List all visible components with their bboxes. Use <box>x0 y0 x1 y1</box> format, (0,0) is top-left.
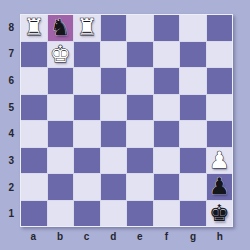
square-b7[interactable]: ♚ <box>48 42 74 68</box>
square-e8[interactable] <box>127 15 153 41</box>
square-f4[interactable] <box>154 121 180 147</box>
rank-label-1: 1 <box>0 200 17 227</box>
chess-board-app: 87654321 ♜♞♜♚♟♟♚ abcdefgh <box>0 0 250 250</box>
rank-label-8: 8 <box>0 14 17 41</box>
square-f6[interactable] <box>154 68 180 94</box>
square-d3[interactable] <box>101 148 127 174</box>
square-h4[interactable] <box>207 121 233 147</box>
file-label-h: h <box>206 228 233 244</box>
square-a3[interactable] <box>21 148 47 174</box>
square-h7[interactable] <box>207 42 233 68</box>
square-c2[interactable] <box>74 174 100 200</box>
rank-label-7: 7 <box>0 41 17 68</box>
square-c4[interactable] <box>74 121 100 147</box>
square-e2[interactable] <box>127 174 153 200</box>
file-labels: abcdefgh <box>20 228 233 244</box>
square-b1[interactable] <box>48 201 74 227</box>
rank-label-5: 5 <box>0 94 17 121</box>
square-e4[interactable] <box>127 121 153 147</box>
square-c1[interactable] <box>74 201 100 227</box>
square-h6[interactable] <box>207 68 233 94</box>
square-c7[interactable] <box>74 42 100 68</box>
white-rook-a8[interactable]: ♜ <box>23 16 44 39</box>
square-a1[interactable] <box>21 201 47 227</box>
rank-label-2: 2 <box>0 174 17 201</box>
square-g2[interactable] <box>180 174 206 200</box>
square-b5[interactable] <box>48 95 74 121</box>
square-c3[interactable] <box>74 148 100 174</box>
square-a7[interactable] <box>21 42 47 68</box>
square-g7[interactable] <box>180 42 206 68</box>
square-g3[interactable] <box>180 148 206 174</box>
white-king-b7[interactable]: ♚ <box>50 43 71 66</box>
file-label-b: b <box>47 228 74 244</box>
square-b3[interactable] <box>48 148 74 174</box>
white-rook-c8[interactable]: ♜ <box>76 16 97 39</box>
square-e3[interactable] <box>127 148 153 174</box>
square-g5[interactable] <box>180 95 206 121</box>
square-g4[interactable] <box>180 121 206 147</box>
rank-label-6: 6 <box>0 67 17 94</box>
file-label-g: g <box>180 228 207 244</box>
square-c5[interactable] <box>74 95 100 121</box>
square-f8[interactable] <box>154 15 180 41</box>
square-h2[interactable]: ♟ <box>207 174 233 200</box>
square-h1[interactable]: ♚ <box>207 201 233 227</box>
rank-label-4: 4 <box>0 121 17 148</box>
square-d7[interactable] <box>101 42 127 68</box>
square-d5[interactable] <box>101 95 127 121</box>
square-e7[interactable] <box>127 42 153 68</box>
square-f3[interactable] <box>154 148 180 174</box>
square-g6[interactable] <box>180 68 206 94</box>
square-h3[interactable]: ♟ <box>207 148 233 174</box>
black-pawn-h2[interactable]: ♟ <box>209 175 230 198</box>
square-f7[interactable] <box>154 42 180 68</box>
square-d1[interactable] <box>101 201 127 227</box>
square-a6[interactable] <box>21 68 47 94</box>
square-d6[interactable] <box>101 68 127 94</box>
file-label-d: d <box>100 228 127 244</box>
square-a4[interactable] <box>21 121 47 147</box>
chess-board[interactable]: ♜♞♜♚♟♟♚ <box>20 14 233 227</box>
black-king-h1[interactable]: ♚ <box>209 202 230 225</box>
white-pawn-h3[interactable]: ♟ <box>209 149 230 172</box>
square-g1[interactable] <box>180 201 206 227</box>
square-d4[interactable] <box>101 121 127 147</box>
square-g8[interactable] <box>180 15 206 41</box>
square-b8[interactable]: ♞ <box>48 15 74 41</box>
file-label-c: c <box>73 228 100 244</box>
square-d8[interactable] <box>101 15 127 41</box>
square-f5[interactable] <box>154 95 180 121</box>
square-d2[interactable] <box>101 174 127 200</box>
rank-label-3: 3 <box>0 147 17 174</box>
square-e5[interactable] <box>127 95 153 121</box>
square-c6[interactable] <box>74 68 100 94</box>
black-knight-b8[interactable]: ♞ <box>50 16 71 39</box>
square-b4[interactable] <box>48 121 74 147</box>
square-f1[interactable] <box>154 201 180 227</box>
file-label-e: e <box>127 228 154 244</box>
file-label-f: f <box>153 228 180 244</box>
square-a8[interactable]: ♜ <box>21 15 47 41</box>
square-e1[interactable] <box>127 201 153 227</box>
square-h5[interactable] <box>207 95 233 121</box>
square-b2[interactable] <box>48 174 74 200</box>
square-h8[interactable] <box>207 15 233 41</box>
square-a2[interactable] <box>21 174 47 200</box>
square-e6[interactable] <box>127 68 153 94</box>
square-c8[interactable]: ♜ <box>74 15 100 41</box>
square-b6[interactable] <box>48 68 74 94</box>
file-label-a: a <box>20 228 47 244</box>
square-f2[interactable] <box>154 174 180 200</box>
square-a5[interactable] <box>21 95 47 121</box>
rank-labels: 87654321 <box>0 14 17 227</box>
